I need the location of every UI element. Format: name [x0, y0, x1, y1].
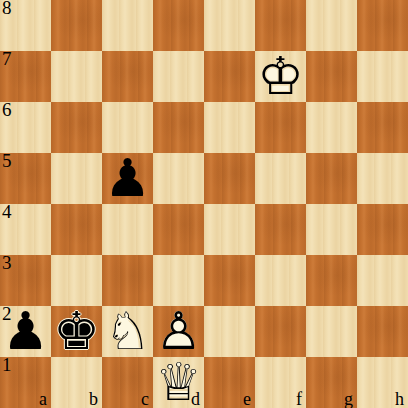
square-f2[interactable] — [255, 306, 306, 357]
black-pawn-glyph: ♟ — [2, 305, 49, 357]
square-f4[interactable] — [255, 204, 306, 255]
square-f3[interactable] — [255, 255, 306, 306]
square-a5[interactable]: 5 — [0, 153, 51, 204]
square-b5[interactable] — [51, 153, 102, 204]
rank-label-3: 3 — [2, 253, 12, 274]
square-d8[interactable] — [153, 0, 204, 51]
square-e5[interactable] — [204, 153, 255, 204]
white-pawn-glyph: ♙ — [155, 305, 202, 357]
square-c3[interactable] — [102, 255, 153, 306]
square-f1[interactable]: f — [255, 357, 306, 408]
file-label-b: b — [89, 390, 98, 408]
piece-white-king[interactable]: ♚♔ — [255, 51, 306, 102]
square-h1[interactable]: h — [357, 357, 408, 408]
square-b4[interactable] — [51, 204, 102, 255]
rank-label-7: 7 — [2, 49, 12, 70]
square-h2[interactable] — [357, 306, 408, 357]
square-c7[interactable] — [102, 51, 153, 102]
black-pawn-glyph: ♟ — [104, 152, 151, 204]
square-d2[interactable]: ♟♙ — [153, 306, 204, 357]
square-a7[interactable]: 7 — [0, 51, 51, 102]
rank-label-4: 4 — [2, 202, 12, 223]
square-g7[interactable] — [306, 51, 357, 102]
white-king-glyph: ♔ — [257, 50, 304, 102]
square-b2[interactable]: ♚ — [51, 306, 102, 357]
square-d7[interactable] — [153, 51, 204, 102]
black-king-glyph: ♚ — [53, 305, 100, 357]
square-a6[interactable]: 6 — [0, 102, 51, 153]
square-f6[interactable] — [255, 102, 306, 153]
rank-label-5: 5 — [2, 151, 12, 172]
square-d3[interactable] — [153, 255, 204, 306]
rank-label-1: 1 — [2, 355, 12, 376]
file-label-f: f — [296, 390, 302, 408]
chess-board: 87♚♔65♟432♟♚♞♘♟♙1abcd♛♕efgh — [0, 0, 408, 408]
square-h5[interactable] — [357, 153, 408, 204]
square-e3[interactable] — [204, 255, 255, 306]
square-b1[interactable]: b — [51, 357, 102, 408]
file-label-h: h — [395, 390, 404, 408]
square-g2[interactable] — [306, 306, 357, 357]
square-b8[interactable] — [51, 0, 102, 51]
rank-label-6: 6 — [2, 100, 12, 121]
square-g4[interactable] — [306, 204, 357, 255]
square-a2[interactable]: 2♟ — [0, 306, 51, 357]
piece-black-king[interactable]: ♚ — [51, 306, 102, 357]
square-a3[interactable]: 3 — [0, 255, 51, 306]
square-c1[interactable]: c — [102, 357, 153, 408]
piece-white-queen[interactable]: ♛♕ — [153, 357, 204, 408]
square-d6[interactable] — [153, 102, 204, 153]
square-e8[interactable] — [204, 0, 255, 51]
square-h7[interactable] — [357, 51, 408, 102]
square-f5[interactable] — [255, 153, 306, 204]
square-g3[interactable] — [306, 255, 357, 306]
square-g5[interactable] — [306, 153, 357, 204]
square-b7[interactable] — [51, 51, 102, 102]
rank-label-8: 8 — [2, 0, 12, 19]
white-knight-glyph: ♘ — [104, 305, 151, 357]
white-queen-glyph: ♕ — [155, 356, 202, 408]
square-f7[interactable]: ♚♔ — [255, 51, 306, 102]
square-g8[interactable] — [306, 0, 357, 51]
square-h4[interactable] — [357, 204, 408, 255]
piece-black-pawn[interactable]: ♟ — [102, 153, 153, 204]
square-d4[interactable] — [153, 204, 204, 255]
square-e4[interactable] — [204, 204, 255, 255]
square-h3[interactable] — [357, 255, 408, 306]
square-c4[interactable] — [102, 204, 153, 255]
file-label-e: e — [243, 390, 251, 408]
square-a4[interactable]: 4 — [0, 204, 51, 255]
square-g6[interactable] — [306, 102, 357, 153]
square-g1[interactable]: g — [306, 357, 357, 408]
piece-black-pawn[interactable]: ♟ — [0, 306, 51, 357]
square-c8[interactable] — [102, 0, 153, 51]
square-a8[interactable]: 8 — [0, 0, 51, 51]
square-c2[interactable]: ♞♘ — [102, 306, 153, 357]
square-c6[interactable] — [102, 102, 153, 153]
square-d1[interactable]: d♛♕ — [153, 357, 204, 408]
square-a1[interactable]: 1a — [0, 357, 51, 408]
square-c5[interactable]: ♟ — [102, 153, 153, 204]
square-d5[interactable] — [153, 153, 204, 204]
file-label-a: a — [39, 390, 47, 408]
square-e7[interactable] — [204, 51, 255, 102]
piece-white-knight[interactable]: ♞♘ — [102, 306, 153, 357]
square-h6[interactable] — [357, 102, 408, 153]
file-label-c: c — [141, 390, 149, 408]
square-b3[interactable] — [51, 255, 102, 306]
piece-white-pawn[interactable]: ♟♙ — [153, 306, 204, 357]
square-b6[interactable] — [51, 102, 102, 153]
file-label-g: g — [344, 390, 353, 408]
square-e2[interactable] — [204, 306, 255, 357]
square-e1[interactable]: e — [204, 357, 255, 408]
square-e6[interactable] — [204, 102, 255, 153]
square-f8[interactable] — [255, 0, 306, 51]
square-h8[interactable] — [357, 0, 408, 51]
